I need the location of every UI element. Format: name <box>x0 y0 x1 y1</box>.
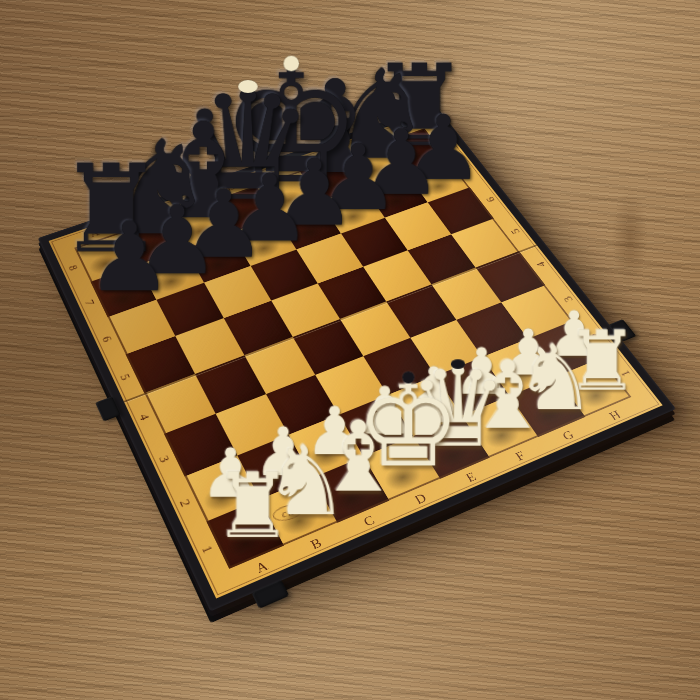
white-rook-a1: ♜ <box>213 462 294 540</box>
black-queen-finial <box>238 80 258 93</box>
piece-glyph: ♜ <box>213 462 294 552</box>
rank-label-left: 6 <box>78 323 135 356</box>
white-king-finial <box>402 371 414 383</box>
square-d5 <box>271 283 340 336</box>
piece-glyph: ♟ <box>86 210 172 306</box>
photo-scene: ABCDEFGH8♜♞♝♛♚♝♞♜87♟♟♟♟♟♟♟♟7665544332♟♟♟… <box>0 0 700 700</box>
black-pawn-a7: ♟ <box>86 210 172 294</box>
